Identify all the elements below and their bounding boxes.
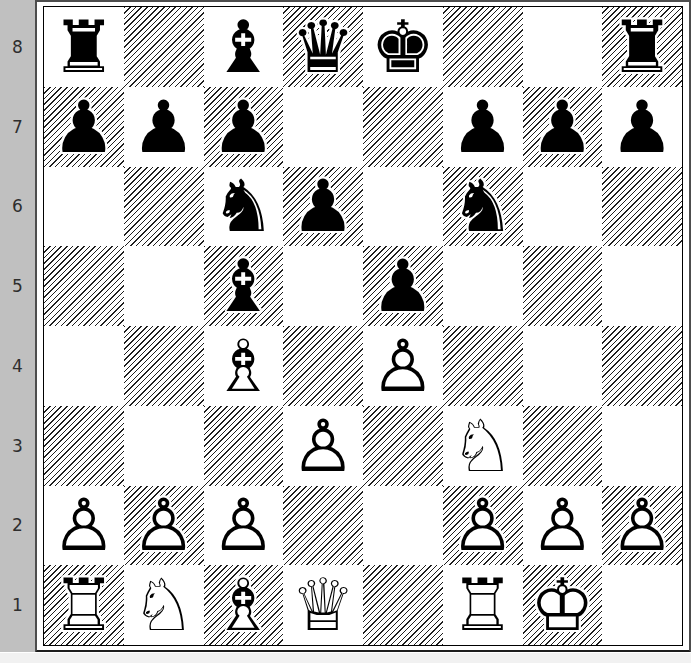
square-h8[interactable]: ♜♜ [602,7,682,87]
white-rook[interactable]: ♖ [443,565,523,645]
square-e7[interactable] [363,87,443,167]
black-pawn[interactable]: ♟ [443,87,523,167]
white-pawn[interactable]: ♙ [124,486,204,566]
square-h5[interactable] [602,246,682,326]
square-g5[interactable] [523,246,603,326]
square-e2[interactable] [363,486,443,566]
white-pawn[interactable]: ♙ [204,486,284,566]
black-pawn[interactable]: ♟ [44,87,124,167]
square-d3[interactable]: ♟♙ [283,406,363,486]
chess-board: ♜♜♝♝♛♛♚♚♜♜♟♟♟♟♟♟♟♟♟♟♟♟♞♞♟♟♞♞♝♝♟♟♝♗♟♙♟♙♞♘… [43,6,683,646]
rank-label-8: 8 [0,7,35,87]
white-pawn[interactable]: ♙ [44,486,124,566]
square-g7[interactable]: ♟♟ [523,87,603,167]
rank-label-5: 5 [0,246,35,326]
rank-gutter: 87654321 [0,7,35,645]
square-h1[interactable] [602,565,682,645]
square-g1[interactable]: ♚♔ [523,565,603,645]
white-knight[interactable]: ♘ [443,406,523,486]
rank-label-6: 6 [0,167,35,247]
white-bishop[interactable]: ♗ [204,565,284,645]
rank-label-1: 1 [0,565,35,645]
black-rook[interactable]: ♜ [44,7,124,87]
square-f2[interactable]: ♟♙ [443,486,523,566]
square-f6[interactable]: ♞♞ [443,167,523,247]
square-h6[interactable] [602,167,682,247]
square-a2[interactable]: ♟♙ [44,486,124,566]
square-d5[interactable] [283,246,363,326]
square-c6[interactable]: ♞♞ [204,167,284,247]
square-d8[interactable]: ♛♛ [283,7,363,87]
white-pawn[interactable]: ♙ [443,486,523,566]
square-e4[interactable]: ♟♙ [363,326,443,406]
square-h3[interactable] [602,406,682,486]
square-f8[interactable] [443,7,523,87]
black-bishop[interactable]: ♝ [204,246,284,326]
square-b5[interactable] [124,246,204,326]
rank-label-7: 7 [0,87,35,167]
square-c2[interactable]: ♟♙ [204,486,284,566]
square-g4[interactable] [523,326,603,406]
square-a7[interactable]: ♟♟ [44,87,124,167]
board-frame: ♜♜♝♝♛♛♚♚♜♜♟♟♟♟♟♟♟♟♟♟♟♟♞♞♟♟♞♞♝♝♟♟♝♗♟♙♟♙♞♘… [35,0,691,653]
square-g2[interactable]: ♟♙ [523,486,603,566]
square-d2[interactable] [283,486,363,566]
black-queen[interactable]: ♛ [283,7,363,87]
square-c7[interactable]: ♟♟ [204,87,284,167]
rank-label-2: 2 [0,486,35,566]
square-f7[interactable]: ♟♟ [443,87,523,167]
square-a1[interactable]: ♜♖ [44,565,124,645]
black-pawn[interactable]: ♟ [283,167,363,247]
white-pawn[interactable]: ♙ [523,486,603,566]
white-queen[interactable]: ♕ [283,565,363,645]
white-pawn[interactable]: ♙ [363,326,443,406]
square-b1[interactable]: ♞♘ [124,565,204,645]
square-c3[interactable] [204,406,284,486]
white-king[interactable]: ♔ [523,565,603,645]
square-c1[interactable]: ♝♗ [204,565,284,645]
black-pawn[interactable]: ♟ [363,246,443,326]
white-rook[interactable]: ♖ [44,565,124,645]
chess-app-window: 87654321 ♜♜♝♝♛♛♚♚♜♜♟♟♟♟♟♟♟♟♟♟♟♟♞♞♟♟♞♞♝♝♟… [0,0,691,663]
square-d1[interactable]: ♛♕ [283,565,363,645]
black-pawn[interactable]: ♟ [602,87,682,167]
square-d6[interactable]: ♟♟ [283,167,363,247]
square-b7[interactable]: ♟♟ [124,87,204,167]
square-d4[interactable] [283,326,363,406]
rank-label-4: 4 [0,326,35,406]
square-e6[interactable] [363,167,443,247]
white-pawn[interactable]: ♙ [283,406,363,486]
white-knight[interactable]: ♘ [124,565,204,645]
black-bishop[interactable]: ♝ [204,7,284,87]
square-c5[interactable]: ♝♝ [204,246,284,326]
square-g3[interactable] [523,406,603,486]
square-f5[interactable] [443,246,523,326]
square-g8[interactable] [523,7,603,87]
black-knight[interactable]: ♞ [204,167,284,247]
status-strip [0,652,691,663]
square-h4[interactable] [602,326,682,406]
square-d7[interactable] [283,87,363,167]
black-knight[interactable]: ♞ [443,167,523,247]
square-b3[interactable] [124,406,204,486]
square-f4[interactable] [443,326,523,406]
square-h2[interactable]: ♟♙ [602,486,682,566]
square-c4[interactable]: ♝♗ [204,326,284,406]
black-rook[interactable]: ♜ [602,7,682,87]
white-pawn[interactable]: ♙ [602,486,682,566]
black-pawn[interactable]: ♟ [523,87,603,167]
rank-label-3: 3 [0,406,35,486]
square-e8[interactable]: ♚♚ [363,7,443,87]
white-bishop[interactable]: ♗ [204,326,284,406]
square-a6[interactable] [44,167,124,247]
square-b8[interactable] [124,7,204,87]
black-pawn[interactable]: ♟ [124,87,204,167]
square-e5[interactable]: ♟♟ [363,246,443,326]
black-pawn[interactable]: ♟ [204,87,284,167]
square-a8[interactable]: ♜♜ [44,7,124,87]
square-b6[interactable] [124,167,204,247]
square-a3[interactable] [44,406,124,486]
square-b4[interactable] [124,326,204,406]
square-c8[interactable]: ♝♝ [204,7,284,87]
square-b2[interactable]: ♟♙ [124,486,204,566]
square-a5[interactable] [44,246,124,326]
black-king[interactable]: ♚ [363,7,443,87]
square-e3[interactable] [363,406,443,486]
square-f3[interactable]: ♞♘ [443,406,523,486]
square-f1[interactable]: ♜♖ [443,565,523,645]
square-g6[interactable] [523,167,603,247]
square-h7[interactable]: ♟♟ [602,87,682,167]
square-a4[interactable] [44,326,124,406]
square-e1[interactable] [363,565,443,645]
